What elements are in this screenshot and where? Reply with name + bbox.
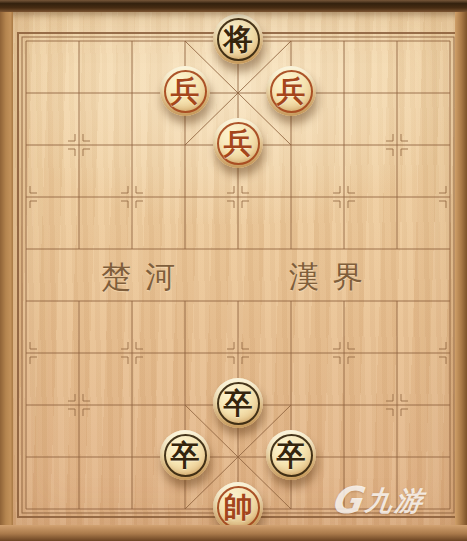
black-soldier[interactable]: 卒	[266, 430, 316, 480]
black-soldier[interactable]: 卒	[213, 378, 263, 428]
red-soldier-character: 兵	[277, 77, 306, 106]
river-label-left: 楚河	[101, 258, 189, 296]
frame-bottom	[0, 525, 467, 541]
black-soldier-character: 卒	[224, 389, 253, 418]
black-soldier-character: 卒	[171, 441, 200, 470]
red-soldier-character: 兵	[224, 129, 253, 158]
frame-top	[0, 0, 467, 12]
black-soldier-character: 卒	[277, 441, 306, 470]
frame-left	[0, 12, 13, 541]
xiangqi-board-screen: 楚河 漢界 将兵兵兵卒卒卒帥 G 九游	[0, 0, 467, 541]
red-soldier-character: 兵	[171, 77, 200, 106]
black-general[interactable]: 将	[213, 14, 263, 64]
river-label-right: 漢界	[289, 258, 377, 296]
red-soldier[interactable]: 兵	[160, 66, 210, 116]
black-soldier[interactable]: 卒	[160, 430, 210, 480]
black-general-character: 将	[224, 25, 253, 54]
red-soldier[interactable]: 兵	[266, 66, 316, 116]
frame-right	[455, 12, 467, 541]
red-general-character: 帥	[224, 493, 253, 522]
red-soldier[interactable]: 兵	[213, 118, 263, 168]
board-grid	[0, 0, 467, 541]
